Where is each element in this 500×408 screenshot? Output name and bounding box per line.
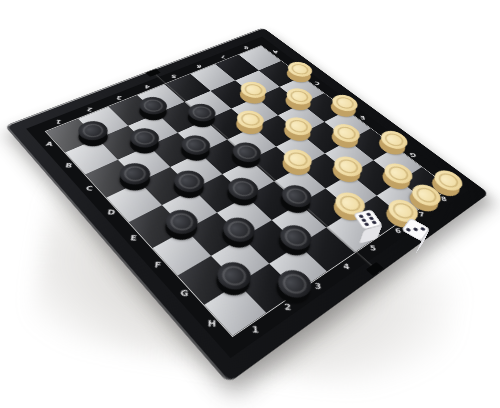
- checker-black-f4[interactable]: [274, 188, 315, 218]
- photo-stage: ABCDEFGH ABCDEFGH 12345678 12345678: [0, 0, 500, 408]
- hinge-notch-top: [145, 69, 161, 77]
